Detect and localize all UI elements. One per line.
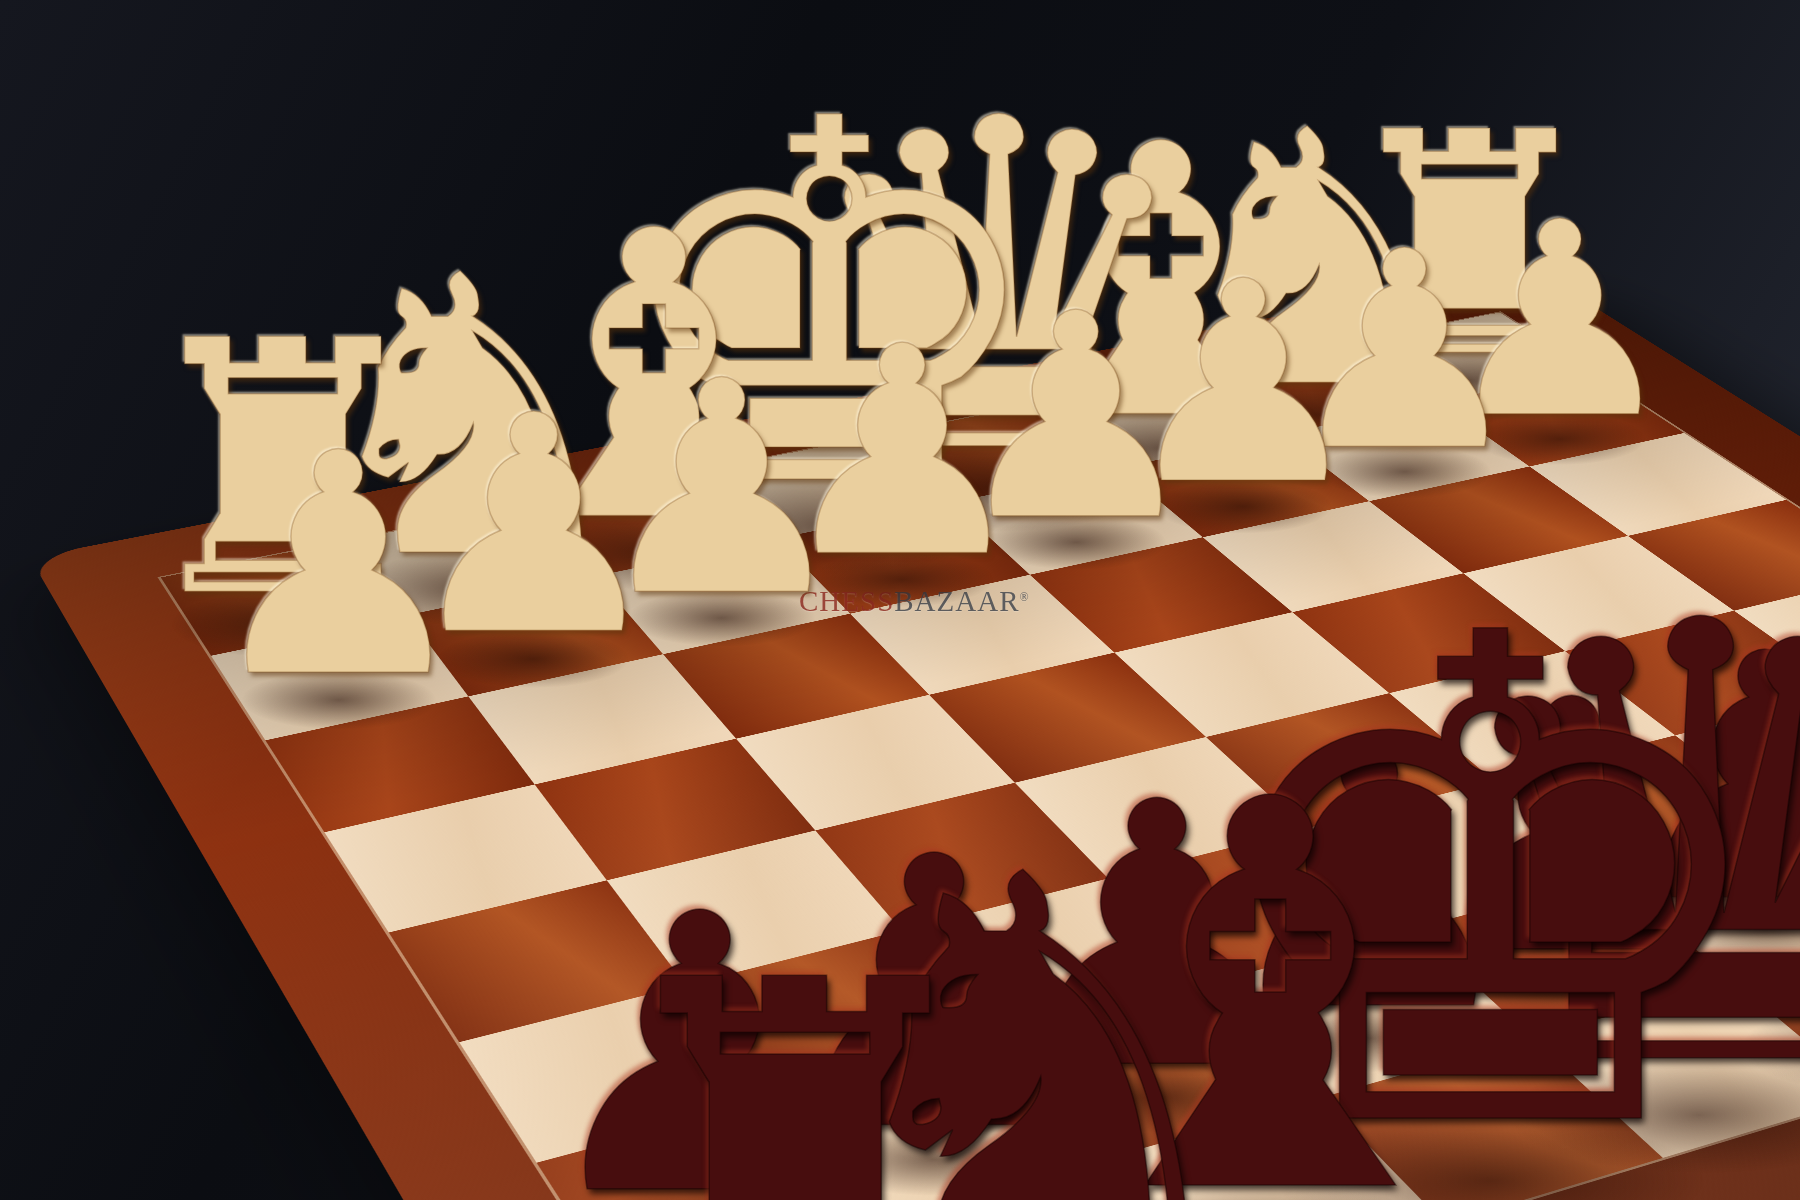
board-grid [157,311,1800,1200]
chess-board [30,267,1800,1200]
brand-watermark: CHESSBAZAAR® [799,585,1030,618]
registered-trademark-icon: ® [1020,590,1030,604]
board-frame [30,267,1800,1200]
watermark-text-bazaar: BAZAAR [894,585,1019,617]
product-photo-scene: ♜♞♝♚♛♝♞♜♟♟♟♟♟♟♟♟♟♟♟♟♟♟♟♟♜♞♝♚♛♝♞♜ CHESSBA… [0,0,1800,1200]
watermark-text-chess: CHESS [799,585,894,617]
